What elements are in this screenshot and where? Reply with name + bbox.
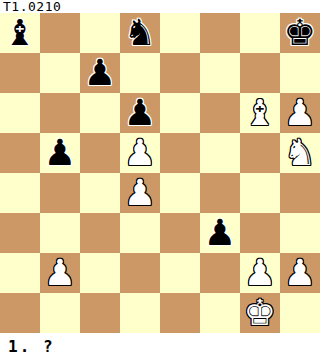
square-c4[interactable]	[80, 173, 120, 213]
square-f4[interactable]	[200, 173, 240, 213]
white-pawn[interactable]: ♟	[120, 133, 160, 173]
square-h5[interactable]: ♞	[280, 133, 320, 173]
square-b4[interactable]	[40, 173, 80, 213]
black-king[interactable]: ♚	[280, 13, 320, 53]
square-f3[interactable]: ♟	[200, 213, 240, 253]
square-g8[interactable]	[240, 13, 280, 53]
square-d6[interactable]: ♟	[120, 93, 160, 133]
square-a4[interactable]	[0, 173, 40, 213]
square-h3[interactable]	[280, 213, 320, 253]
square-c8[interactable]	[80, 13, 120, 53]
square-c1[interactable]	[80, 293, 120, 333]
square-h4[interactable]	[280, 173, 320, 213]
square-b3[interactable]	[40, 213, 80, 253]
puzzle-title: T1.0210	[0, 0, 320, 13]
square-a8[interactable]: ♝	[0, 13, 40, 53]
square-h6[interactable]: ♟	[280, 93, 320, 133]
white-knight[interactable]: ♞	[280, 133, 320, 173]
square-a7[interactable]	[0, 53, 40, 93]
square-a5[interactable]	[0, 133, 40, 173]
black-pawn[interactable]: ♟	[40, 133, 80, 173]
white-pawn[interactable]: ♟	[280, 253, 320, 293]
move-prompt: 1. ?	[0, 333, 320, 360]
white-pawn[interactable]: ♟	[240, 253, 280, 293]
square-c5[interactable]	[80, 133, 120, 173]
square-c6[interactable]	[80, 93, 120, 133]
square-b2[interactable]: ♟	[40, 253, 80, 293]
square-d4[interactable]: ♟	[120, 173, 160, 213]
white-pawn[interactable]: ♟	[40, 253, 80, 293]
square-e4[interactable]	[160, 173, 200, 213]
square-h8[interactable]: ♚	[280, 13, 320, 53]
square-d1[interactable]	[120, 293, 160, 333]
square-c2[interactable]	[80, 253, 120, 293]
square-d8[interactable]: ♞	[120, 13, 160, 53]
white-pawn[interactable]: ♟	[280, 93, 320, 133]
square-a1[interactable]	[0, 293, 40, 333]
square-e2[interactable]	[160, 253, 200, 293]
square-b6[interactable]	[40, 93, 80, 133]
chess-tactics-app: T1.0210 ♝♞♚♟♟♝♟♟♟♞♟♟♟♟♟♚ 1. ?	[0, 0, 320, 360]
square-h7[interactable]	[280, 53, 320, 93]
square-f5[interactable]	[200, 133, 240, 173]
black-knight[interactable]: ♞	[120, 13, 160, 53]
square-e5[interactable]	[160, 133, 200, 173]
chess-board: ♝♞♚♟♟♝♟♟♟♞♟♟♟♟♟♚	[0, 13, 320, 333]
square-f8[interactable]	[200, 13, 240, 53]
square-e8[interactable]	[160, 13, 200, 53]
square-g7[interactable]	[240, 53, 280, 93]
square-g3[interactable]	[240, 213, 280, 253]
white-pawn[interactable]: ♟	[120, 173, 160, 213]
square-d7[interactable]	[120, 53, 160, 93]
square-d3[interactable]	[120, 213, 160, 253]
square-g6[interactable]: ♝	[240, 93, 280, 133]
square-a2[interactable]	[0, 253, 40, 293]
square-a3[interactable]	[0, 213, 40, 253]
square-f6[interactable]	[200, 93, 240, 133]
black-pawn[interactable]: ♟	[80, 53, 120, 93]
square-e3[interactable]	[160, 213, 200, 253]
square-b5[interactable]: ♟	[40, 133, 80, 173]
square-g4[interactable]	[240, 173, 280, 213]
square-c7[interactable]: ♟	[80, 53, 120, 93]
square-g1[interactable]: ♚	[240, 293, 280, 333]
square-e6[interactable]	[160, 93, 200, 133]
square-g2[interactable]: ♟	[240, 253, 280, 293]
white-king[interactable]: ♚	[240, 293, 280, 333]
square-b1[interactable]	[40, 293, 80, 333]
black-pawn[interactable]: ♟	[120, 93, 160, 133]
black-bishop[interactable]: ♝	[0, 13, 40, 53]
square-c3[interactable]	[80, 213, 120, 253]
square-f1[interactable]	[200, 293, 240, 333]
square-a6[interactable]	[0, 93, 40, 133]
square-f2[interactable]	[200, 253, 240, 293]
square-g5[interactable]	[240, 133, 280, 173]
black-pawn[interactable]: ♟	[200, 213, 240, 253]
square-b8[interactable]	[40, 13, 80, 53]
square-e1[interactable]	[160, 293, 200, 333]
square-d2[interactable]	[120, 253, 160, 293]
square-e7[interactable]	[160, 53, 200, 93]
square-f7[interactable]	[200, 53, 240, 93]
square-h2[interactable]: ♟	[280, 253, 320, 293]
square-d5[interactable]: ♟	[120, 133, 160, 173]
square-h1[interactable]	[280, 293, 320, 333]
square-b7[interactable]	[40, 53, 80, 93]
white-bishop[interactable]: ♝	[240, 93, 280, 133]
